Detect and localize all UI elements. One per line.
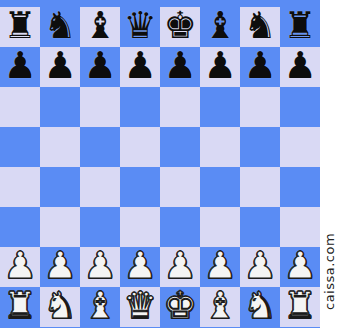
square-d5[interactable] xyxy=(120,127,160,167)
square-e8[interactable]: ♚ xyxy=(160,7,200,47)
piece-white-knight[interactable]: ♞ xyxy=(243,287,276,326)
square-f7[interactable]: ♟ xyxy=(200,47,240,87)
square-f1[interactable]: ♝ xyxy=(200,287,240,327)
square-a1[interactable]: ♜ xyxy=(0,287,40,327)
caissa-watermark: caissa.com xyxy=(320,198,340,318)
square-d7[interactable]: ♟ xyxy=(120,47,160,87)
piece-black-knight[interactable]: ♞ xyxy=(43,7,76,46)
square-c5[interactable] xyxy=(80,127,120,167)
piece-white-pawn[interactable]: ♟ xyxy=(203,247,236,286)
piece-white-rook[interactable]: ♜ xyxy=(283,287,316,326)
square-g2[interactable]: ♟ xyxy=(240,247,280,287)
piece-black-knight[interactable]: ♞ xyxy=(243,7,276,46)
piece-black-pawn[interactable]: ♟ xyxy=(203,47,236,86)
square-g4[interactable] xyxy=(240,167,280,207)
square-f4[interactable] xyxy=(200,167,240,207)
chess-board[interactable]: ♜♞♝♛♚♝♞♜♟♟♟♟♟♟♟♟♟♟♟♟♟♟♟♟♜♞♝♛♚♝♞♜ xyxy=(0,7,320,327)
piece-white-queen[interactable]: ♛ xyxy=(123,287,156,326)
square-d4[interactable] xyxy=(120,167,160,207)
square-g8[interactable]: ♞ xyxy=(240,7,280,47)
piece-white-king[interactable]: ♚ xyxy=(163,287,196,326)
piece-black-pawn[interactable]: ♟ xyxy=(83,47,116,86)
square-e2[interactable]: ♟ xyxy=(160,247,200,287)
square-h5[interactable] xyxy=(280,127,320,167)
piece-black-bishop[interactable]: ♝ xyxy=(203,7,236,46)
square-c3[interactable] xyxy=(80,207,120,247)
square-g5[interactable] xyxy=(240,127,280,167)
square-b5[interactable] xyxy=(40,127,80,167)
square-b8[interactable]: ♞ xyxy=(40,7,80,47)
square-c6[interactable] xyxy=(80,87,120,127)
square-e7[interactable]: ♟ xyxy=(160,47,200,87)
square-d8[interactable]: ♛ xyxy=(120,7,160,47)
square-h3[interactable] xyxy=(280,207,320,247)
piece-black-pawn[interactable]: ♟ xyxy=(243,47,276,86)
piece-black-bishop[interactable]: ♝ xyxy=(83,7,116,46)
piece-white-pawn[interactable]: ♟ xyxy=(283,247,316,286)
piece-white-pawn[interactable]: ♟ xyxy=(3,247,36,286)
square-e3[interactable] xyxy=(160,207,200,247)
square-c8[interactable]: ♝ xyxy=(80,7,120,47)
square-a2[interactable]: ♟ xyxy=(0,247,40,287)
square-a7[interactable]: ♟ xyxy=(0,47,40,87)
piece-white-pawn[interactable]: ♟ xyxy=(83,247,116,286)
square-h7[interactable]: ♟ xyxy=(280,47,320,87)
square-b6[interactable] xyxy=(40,87,80,127)
piece-white-pawn[interactable]: ♟ xyxy=(123,247,156,286)
piece-black-rook[interactable]: ♜ xyxy=(283,7,316,46)
square-f8[interactable]: ♝ xyxy=(200,7,240,47)
square-h6[interactable] xyxy=(280,87,320,127)
square-e4[interactable] xyxy=(160,167,200,207)
square-e1[interactable]: ♚ xyxy=(160,287,200,327)
square-c4[interactable] xyxy=(80,167,120,207)
square-b7[interactable]: ♟ xyxy=(40,47,80,87)
square-c7[interactable]: ♟ xyxy=(80,47,120,87)
square-g7[interactable]: ♟ xyxy=(240,47,280,87)
square-g1[interactable]: ♞ xyxy=(240,287,280,327)
piece-black-pawn[interactable]: ♟ xyxy=(163,47,196,86)
square-h2[interactable]: ♟ xyxy=(280,247,320,287)
square-h4[interactable] xyxy=(280,167,320,207)
piece-white-knight[interactable]: ♞ xyxy=(43,287,76,326)
square-f5[interactable] xyxy=(200,127,240,167)
piece-black-pawn[interactable]: ♟ xyxy=(43,47,76,86)
square-d1[interactable]: ♛ xyxy=(120,287,160,327)
square-c2[interactable]: ♟ xyxy=(80,247,120,287)
square-h1[interactable]: ♜ xyxy=(280,287,320,327)
square-f3[interactable] xyxy=(200,207,240,247)
square-a4[interactable] xyxy=(0,167,40,207)
square-b4[interactable] xyxy=(40,167,80,207)
piece-black-pawn[interactable]: ♟ xyxy=(3,47,36,86)
piece-white-bishop[interactable]: ♝ xyxy=(83,287,116,326)
square-a3[interactable] xyxy=(0,207,40,247)
square-a6[interactable] xyxy=(0,87,40,127)
square-b1[interactable]: ♞ xyxy=(40,287,80,327)
square-d6[interactable] xyxy=(120,87,160,127)
piece-white-bishop[interactable]: ♝ xyxy=(203,287,236,326)
piece-black-queen[interactable]: ♛ xyxy=(123,7,156,46)
square-h8[interactable]: ♜ xyxy=(280,7,320,47)
piece-black-pawn[interactable]: ♟ xyxy=(283,47,316,86)
square-e6[interactable] xyxy=(160,87,200,127)
square-b2[interactable]: ♟ xyxy=(40,247,80,287)
piece-black-rook[interactable]: ♜ xyxy=(3,7,36,46)
piece-white-pawn[interactable]: ♟ xyxy=(163,247,196,286)
square-a8[interactable]: ♜ xyxy=(0,7,40,47)
square-a5[interactable] xyxy=(0,127,40,167)
square-d2[interactable]: ♟ xyxy=(120,247,160,287)
square-f2[interactable]: ♟ xyxy=(200,247,240,287)
piece-white-rook[interactable]: ♜ xyxy=(3,287,36,326)
square-d3[interactable] xyxy=(120,207,160,247)
square-g6[interactable] xyxy=(240,87,280,127)
piece-black-king[interactable]: ♚ xyxy=(163,7,196,46)
square-e5[interactable] xyxy=(160,127,200,167)
square-c1[interactable]: ♝ xyxy=(80,287,120,327)
square-g3[interactable] xyxy=(240,207,280,247)
piece-white-pawn[interactable]: ♟ xyxy=(243,247,276,286)
square-f6[interactable] xyxy=(200,87,240,127)
chess-board-frame: ♜♞♝♛♚♝♞♜♟♟♟♟♟♟♟♟♟♟♟♟♟♟♟♟♜♞♝♛♚♝♞♜ xyxy=(0,0,320,328)
piece-white-pawn[interactable]: ♟ xyxy=(43,247,76,286)
square-b3[interactable] xyxy=(40,207,80,247)
piece-black-pawn[interactable]: ♟ xyxy=(123,47,156,86)
